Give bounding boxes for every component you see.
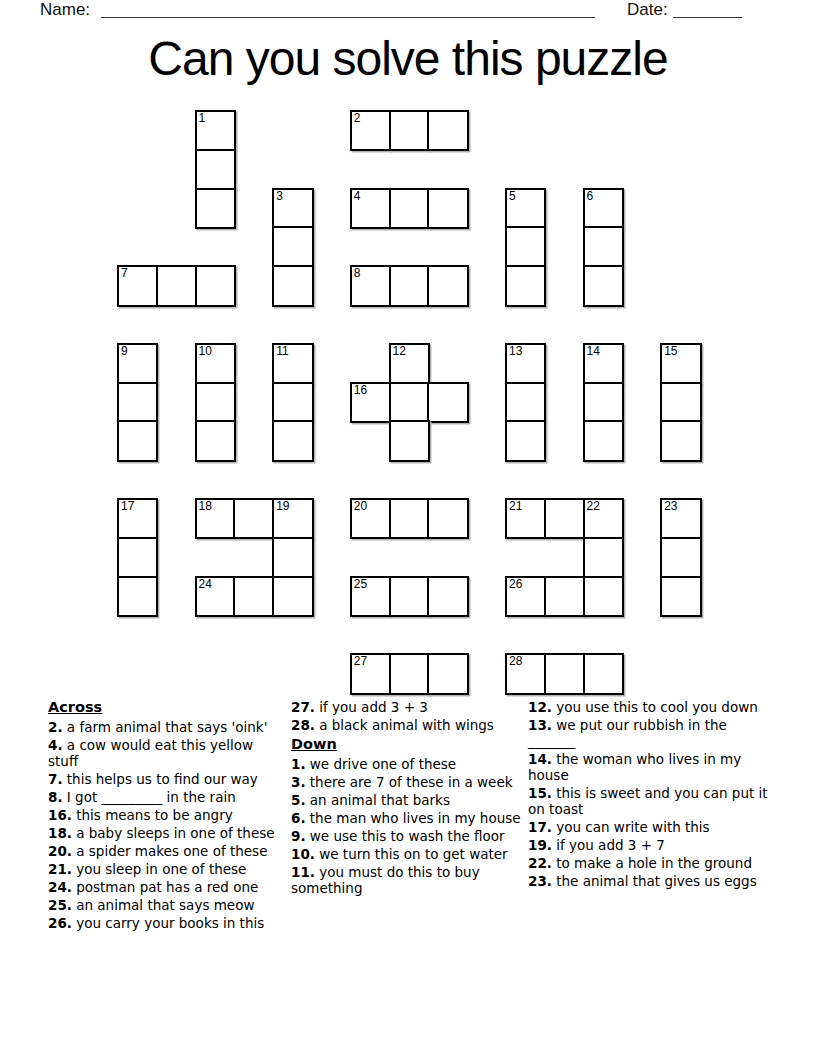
grid-cell[interactable] xyxy=(660,420,701,461)
grid-cell[interactable] xyxy=(389,420,430,461)
grid-cell[interactable] xyxy=(272,226,313,267)
cell-number: 9 xyxy=(121,345,128,358)
grid-cell[interactable] xyxy=(389,188,430,229)
grid-cell[interactable] xyxy=(272,382,313,423)
clue: 22. to make a hole in the ground xyxy=(528,855,768,871)
grid-cell[interactable]: 11 xyxy=(272,343,313,384)
puzzle-title: Can you solve this puzzle xyxy=(0,31,816,86)
grid-cell[interactable] xyxy=(272,420,313,461)
clue-number: 8. xyxy=(48,789,63,805)
cell-number: 17 xyxy=(121,500,134,513)
cell-number: 19 xyxy=(276,500,289,513)
grid-cell[interactable] xyxy=(117,420,158,461)
name-label: Name: xyxy=(40,0,90,20)
cell-number: 14 xyxy=(587,345,600,358)
grid-cell[interactable] xyxy=(505,265,546,306)
grid-cell[interactable] xyxy=(272,537,313,578)
clue-number: 9. xyxy=(291,828,306,844)
grid-cell[interactable] xyxy=(117,576,158,617)
grid-cell[interactable]: 25 xyxy=(350,576,391,617)
grid-cell[interactable] xyxy=(544,498,585,539)
clue: 13. we put our rubbish in the _______ xyxy=(528,717,768,749)
cell-number: 13 xyxy=(509,345,522,358)
clue: 9. we use this to wash the floor xyxy=(291,828,527,844)
cell-number: 11 xyxy=(276,345,288,358)
grid-cell[interactable] xyxy=(427,653,468,694)
clue: 18. a baby sleeps in one of these xyxy=(48,825,286,841)
cell-number: 18 xyxy=(199,500,212,513)
grid-cell[interactable]: 19 xyxy=(272,498,313,539)
clue: 26. you carry your books in this xyxy=(48,915,286,931)
grid-cell[interactable]: 17 xyxy=(117,498,158,539)
clue: 24. postman pat has a red one xyxy=(48,879,286,895)
grid-cell[interactable] xyxy=(272,576,313,617)
grid-cell[interactable] xyxy=(195,265,236,306)
grid-cell[interactable] xyxy=(195,382,236,423)
clue: 16. this means to be angry xyxy=(48,807,286,823)
grid-cell[interactable]: 12 xyxy=(389,343,430,384)
grid-cell[interactable] xyxy=(583,576,624,617)
grid-cell[interactable] xyxy=(272,265,313,306)
clue-number: 28. xyxy=(291,717,315,733)
grid-cell[interactable] xyxy=(544,653,585,694)
grid-cell[interactable] xyxy=(660,576,701,617)
grid-cell[interactable] xyxy=(427,576,468,617)
clue: 20. a spider makes one of these xyxy=(48,843,286,859)
cell-number: 28 xyxy=(509,655,522,668)
clue-number: 21. xyxy=(48,861,72,877)
clue-number: 6. xyxy=(291,810,306,826)
clue-column: 12. you use this to cool you down13. we … xyxy=(528,699,768,891)
cell-number: 26 xyxy=(509,578,522,591)
clue: 27. if you add 3 + 3 xyxy=(291,699,527,715)
clue-number: 7. xyxy=(48,771,63,787)
grid-cell[interactable] xyxy=(427,498,468,539)
cell-number: 5 xyxy=(509,190,516,203)
cell-number: 21 xyxy=(509,500,522,513)
clue-number: 3. xyxy=(291,774,306,790)
grid-cell[interactable] xyxy=(505,420,546,461)
clue: 2. a farm animal that says 'oink' xyxy=(48,719,286,735)
grid-cell[interactable] xyxy=(156,265,197,306)
grid-cell[interactable]: 8 xyxy=(350,265,391,306)
grid-cell[interactable] xyxy=(583,226,624,267)
cell-number: 25 xyxy=(354,578,367,591)
grid-cell[interactable]: 22 xyxy=(583,498,624,539)
clue-number: 15. xyxy=(528,785,552,801)
clue-number: 10. xyxy=(291,846,315,862)
clue-number: 1. xyxy=(291,756,306,772)
grid-cell[interactable] xyxy=(660,537,701,578)
grid-cell[interactable] xyxy=(117,382,158,423)
grid-cell[interactable] xyxy=(233,498,274,539)
grid-cell[interactable] xyxy=(544,576,585,617)
clue-column: Across2. a farm animal that says 'oink'4… xyxy=(48,699,286,933)
cell-number: 12 xyxy=(393,345,406,358)
clue: 10. we turn this on to get water xyxy=(291,846,527,862)
clue-number: 20. xyxy=(48,843,72,859)
grid-cell[interactable] xyxy=(389,498,430,539)
grid-cell[interactable] xyxy=(233,576,274,617)
clue: 4. a cow would eat this yellow stuff xyxy=(48,737,286,769)
clue: 1. we drive one of these xyxy=(291,756,527,772)
clue: 8. I got _________ in the rain xyxy=(48,789,286,805)
cell-number: 23 xyxy=(664,500,677,513)
clue-number: 22. xyxy=(528,855,552,871)
grid-cell[interactable]: 27 xyxy=(350,653,391,694)
grid-cell[interactable]: 21 xyxy=(505,498,546,539)
grid-cell[interactable]: 9 xyxy=(117,343,158,384)
grid-cell[interactable]: 6 xyxy=(583,188,624,229)
clue: 23. the animal that gives us eggs xyxy=(528,873,768,889)
clue: 28. a black animal with wings xyxy=(291,717,527,733)
cell-number: 27 xyxy=(354,655,367,668)
clue: 5. an animal that barks xyxy=(291,792,527,808)
clue-number: 2. xyxy=(48,719,63,735)
cell-number: 4 xyxy=(354,190,361,203)
grid-cell[interactable]: 24 xyxy=(195,576,236,617)
cell-number: 3 xyxy=(276,190,283,203)
grid-cell[interactable] xyxy=(389,110,430,151)
grid-cell[interactable] xyxy=(505,226,546,267)
clue: 19. if you add 3 + 7 xyxy=(528,837,768,853)
name-blank-line xyxy=(101,1,595,18)
grid-cell[interactable]: 10 xyxy=(195,343,236,384)
clue-number: 14. xyxy=(528,751,552,767)
clue-number: 4. xyxy=(48,737,63,753)
grid-cell[interactable]: 3 xyxy=(272,188,313,229)
grid-cell[interactable]: 4 xyxy=(350,188,391,229)
clue-number: 17. xyxy=(528,819,552,835)
grid-cell[interactable]: 13 xyxy=(505,343,546,384)
cell-number: 1 xyxy=(199,112,206,125)
cell-number: 10 xyxy=(199,345,212,358)
clue-number: 5. xyxy=(291,792,306,808)
grid-cell[interactable] xyxy=(583,420,624,461)
crossword-grid: 1234567891011121314151617181920212223242… xyxy=(117,110,703,696)
clue: 12. you use this to cool you down xyxy=(528,699,768,715)
grid-cell[interactable] xyxy=(660,382,701,423)
grid-cell[interactable] xyxy=(583,653,624,694)
grid-cell[interactable]: 20 xyxy=(350,498,391,539)
cell-number: 15 xyxy=(664,345,677,358)
date-label: Date: xyxy=(627,0,668,20)
clue-number: 24. xyxy=(48,879,72,895)
grid-cell[interactable] xyxy=(583,537,624,578)
grid-cell[interactable] xyxy=(195,420,236,461)
cell-number: 7 xyxy=(121,267,128,280)
clue: 6. the man who lives in my house xyxy=(291,810,527,826)
clue-number: 11. xyxy=(291,864,315,880)
clue-number: 23. xyxy=(528,873,552,889)
grid-cell[interactable]: 26 xyxy=(505,576,546,617)
grid-cell[interactable]: 14 xyxy=(583,343,624,384)
grid-cell[interactable] xyxy=(389,382,430,423)
grid-cell[interactable] xyxy=(427,188,468,229)
clue-number: 27. xyxy=(291,699,315,715)
clue: 15. this is sweet and you can put it on … xyxy=(528,785,768,817)
clue-number: 26. xyxy=(48,915,72,931)
clue-list-heading: Down xyxy=(291,736,527,752)
grid-cell[interactable]: 7 xyxy=(117,265,158,306)
clue-number: 19. xyxy=(528,837,552,853)
cell-number: 20 xyxy=(354,500,367,513)
clue-number: 13. xyxy=(528,717,552,733)
cell-number: 24 xyxy=(199,578,212,591)
clue-number: 18. xyxy=(48,825,72,841)
grid-cell[interactable] xyxy=(195,188,236,229)
grid-cell[interactable] xyxy=(427,265,468,306)
grid-cell[interactable]: 5 xyxy=(505,188,546,229)
clue-number: 25. xyxy=(48,897,72,913)
grid-cell[interactable] xyxy=(505,382,546,423)
clue-list-heading: Across xyxy=(48,699,286,715)
cell-number: 6 xyxy=(587,190,594,203)
grid-cell[interactable] xyxy=(195,149,236,190)
grid-cell[interactable] xyxy=(389,265,430,306)
clue-number: 12. xyxy=(528,699,552,715)
grid-cell[interactable]: 2 xyxy=(350,110,391,151)
clue: 21. you sleep in one of these xyxy=(48,861,286,877)
cell-number: 8 xyxy=(354,267,361,280)
grid-cell[interactable]: 28 xyxy=(505,653,546,694)
grid-cell[interactable]: 23 xyxy=(660,498,701,539)
clue-number: 16. xyxy=(48,807,72,823)
cell-number: 2 xyxy=(354,112,361,125)
grid-cell[interactable]: 15 xyxy=(660,343,701,384)
clue: 7. this helps us to find our way xyxy=(48,771,286,787)
date-blank-line xyxy=(673,1,742,18)
clue: 3. there are 7 of these in a week xyxy=(291,774,527,790)
grid-cell[interactable]: 18 xyxy=(195,498,236,539)
worksheet-page: Name: Date: Can you solve this puzzle 12… xyxy=(0,0,816,1056)
grid-cell[interactable] xyxy=(389,653,430,694)
grid-cell[interactable]: 16 xyxy=(350,382,391,423)
clue-column: 27. if you add 3 + 328. a black animal w… xyxy=(291,699,527,898)
grid-cell[interactable] xyxy=(117,537,158,578)
grid-cell[interactable] xyxy=(427,382,468,423)
grid-cell[interactable] xyxy=(427,110,468,151)
grid-cell[interactable] xyxy=(583,265,624,306)
cell-number: 22 xyxy=(587,500,600,513)
clue: 14. the woman who lives in my house xyxy=(528,751,768,783)
clue: 17. you can write with this xyxy=(528,819,768,835)
cell-number: 16 xyxy=(354,384,367,397)
clue: 11. you must do this to buy something xyxy=(291,864,527,896)
grid-cell[interactable]: 1 xyxy=(195,110,236,151)
grid-cell[interactable] xyxy=(389,576,430,617)
grid-cell[interactable] xyxy=(583,382,624,423)
clue: 25. an animal that says meow xyxy=(48,897,286,913)
